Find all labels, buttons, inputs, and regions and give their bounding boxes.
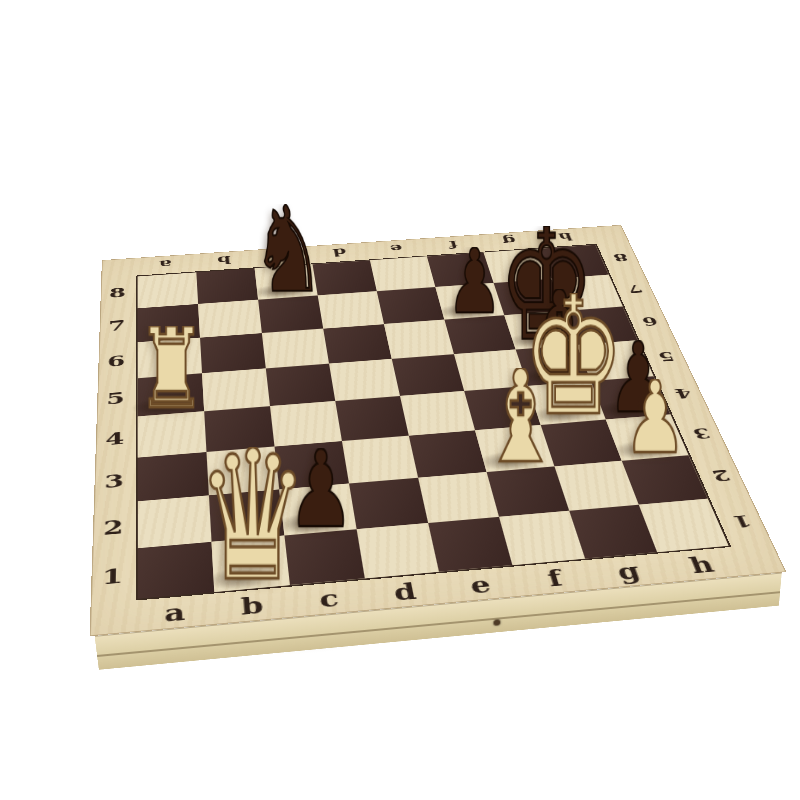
- file-label-top-a: a: [136, 255, 195, 274]
- rank-label-left-5: 5: [98, 378, 133, 419]
- square-d2[interactable]: [349, 478, 428, 529]
- square-b6[interactable]: [200, 333, 266, 373]
- black-pawn-f7[interactable]: ♟: [446, 247, 502, 316]
- square-d5[interactable]: [329, 359, 400, 401]
- square-b7[interactable]: [198, 300, 262, 338]
- rank-label-left-3: 3: [95, 458, 133, 505]
- square-c8[interactable]: ♞: [255, 264, 318, 299]
- square-b5[interactable]: [202, 368, 270, 411]
- file-label-top-d: d: [309, 243, 369, 261]
- square-f3[interactable]: ♝: [475, 425, 554, 472]
- rank-labels-left: 87654321: [92, 276, 133, 605]
- square-f7[interactable]: ♟: [435, 283, 504, 320]
- rank-label-left-8: 8: [101, 276, 133, 310]
- square-e8[interactable]: [370, 256, 435, 291]
- square-a5[interactable]: ♜: [138, 373, 204, 416]
- rank-label-left-6: 6: [99, 342, 133, 381]
- square-e4[interactable]: [400, 391, 475, 436]
- square-e5[interactable]: [392, 354, 464, 396]
- square-e1[interactable]: [428, 517, 512, 572]
- square-d7[interactable]: [318, 291, 384, 328]
- square-e6[interactable]: [384, 320, 454, 359]
- white-rook-a5[interactable]: ♜: [136, 326, 206, 413]
- screw-dot: [494, 619, 501, 626]
- white-bishop-f3[interactable]: ♝: [480, 368, 560, 468]
- rank-label-left-4: 4: [96, 417, 132, 461]
- rank-label-left-7: 7: [100, 308, 133, 344]
- file-label-top-e: e: [366, 239, 427, 257]
- photo-stage: abcdefgh abcdefgh 87654321 87654321 ♞♟♚♜…: [0, 0, 800, 800]
- square-h3[interactable]: ♟: [606, 414, 689, 460]
- white-queen-b1[interactable]: ♛: [196, 447, 308, 587]
- square-c7[interactable]: [258, 296, 323, 334]
- rank-label-left-2: 2: [93, 502, 132, 553]
- square-c5[interactable]: [266, 364, 335, 406]
- square-e2[interactable]: [418, 472, 499, 523]
- square-c6[interactable]: [262, 329, 329, 369]
- white-pawn-h3[interactable]: ♟: [623, 379, 686, 457]
- chess-board: abcdefgh abcdefgh 87654321 87654321 ♞♟♚♜…: [90, 225, 787, 636]
- square-d6[interactable]: [323, 324, 392, 364]
- rank-label-left-1: 1: [92, 550, 132, 605]
- file-label-top-b: b: [194, 251, 253, 270]
- square-b1[interactable]: ♛: [212, 536, 290, 592]
- square-d1[interactable]: [357, 523, 439, 578]
